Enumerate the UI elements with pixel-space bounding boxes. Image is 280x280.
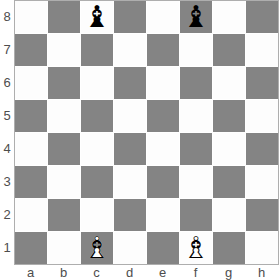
rank-label-2: 2: [0, 198, 14, 231]
square-d2[interactable]: [114, 199, 146, 231]
file-label-c: c: [80, 265, 113, 280]
files-spacer: [0, 265, 14, 279]
square-e4[interactable]: [147, 133, 179, 165]
square-h2[interactable]: [246, 199, 278, 231]
square-c4[interactable]: [81, 133, 113, 165]
square-c7[interactable]: [81, 34, 113, 66]
square-e2[interactable]: [147, 199, 179, 231]
square-d7[interactable]: [114, 34, 146, 66]
square-g5[interactable]: [213, 100, 245, 132]
square-c6[interactable]: [81, 67, 113, 99]
square-e7[interactable]: [147, 34, 179, 66]
square-d4[interactable]: [114, 133, 146, 165]
square-b1[interactable]: [48, 232, 80, 264]
square-h6[interactable]: [246, 67, 278, 99]
square-g3[interactable]: [213, 166, 245, 198]
square-b2[interactable]: [48, 199, 80, 231]
square-e6[interactable]: [147, 67, 179, 99]
square-f2[interactable]: [180, 199, 212, 231]
square-a6[interactable]: [15, 67, 47, 99]
square-g7[interactable]: [213, 34, 245, 66]
square-g8[interactable]: [213, 1, 245, 33]
square-d6[interactable]: [114, 67, 146, 99]
chess-board: ♝♝♝♗♝♗: [14, 0, 279, 265]
square-f1[interactable]: ♝♗: [180, 232, 212, 264]
white-bishop-outline: ♗: [81, 232, 113, 264]
rank-label-7: 7: [0, 33, 14, 66]
piece-white-bishop[interactable]: ♝♗: [81, 232, 113, 264]
square-c3[interactable]: [81, 166, 113, 198]
file-label-b: b: [47, 265, 80, 280]
square-b4[interactable]: [48, 133, 80, 165]
file-label-d: d: [113, 265, 146, 280]
square-e5[interactable]: [147, 100, 179, 132]
square-c2[interactable]: [81, 199, 113, 231]
square-d1[interactable]: [114, 232, 146, 264]
square-h8[interactable]: [246, 1, 278, 33]
square-e3[interactable]: [147, 166, 179, 198]
square-h4[interactable]: [246, 133, 278, 165]
white-bishop-outline: ♗: [180, 232, 212, 264]
square-g4[interactable]: [213, 133, 245, 165]
square-c5[interactable]: [81, 100, 113, 132]
square-a2[interactable]: [15, 199, 47, 231]
square-g2[interactable]: [213, 199, 245, 231]
file-label-h: h: [245, 265, 278, 280]
piece-black-bishop[interactable]: ♝: [81, 1, 113, 33]
square-g1[interactable]: [213, 232, 245, 264]
square-e1[interactable]: [147, 232, 179, 264]
rank-label-6: 6: [0, 66, 14, 99]
square-b8[interactable]: [48, 1, 80, 33]
square-g6[interactable]: [213, 67, 245, 99]
square-b6[interactable]: [48, 67, 80, 99]
rank-labels: 87654321: [0, 0, 14, 265]
square-f6[interactable]: [180, 67, 212, 99]
rank-label-4: 4: [0, 132, 14, 165]
file-label-a: a: [14, 265, 47, 280]
square-h1[interactable]: [246, 232, 278, 264]
rank-label-3: 3: [0, 165, 14, 198]
board-row: 87654321 ♝♝♝♗♝♗: [0, 0, 280, 265]
rank-label-1: 1: [0, 231, 14, 264]
file-label-f: f: [179, 265, 212, 280]
black-bishop-glyph: ♝: [180, 1, 212, 33]
square-d3[interactable]: [114, 166, 146, 198]
black-bishop-glyph: ♝: [81, 1, 113, 33]
square-f4[interactable]: [180, 133, 212, 165]
square-c1[interactable]: ♝♗: [81, 232, 113, 264]
piece-black-bishop[interactable]: ♝: [180, 1, 212, 33]
square-a5[interactable]: [15, 100, 47, 132]
file-labels: abcdefgh: [14, 265, 279, 279]
file-label-g: g: [212, 265, 245, 280]
square-d5[interactable]: [114, 100, 146, 132]
file-label-e: e: [146, 265, 179, 280]
square-h3[interactable]: [246, 166, 278, 198]
square-c8[interactable]: ♝: [81, 1, 113, 33]
square-f3[interactable]: [180, 166, 212, 198]
square-f5[interactable]: [180, 100, 212, 132]
square-e8[interactable]: [147, 1, 179, 33]
square-f7[interactable]: [180, 34, 212, 66]
square-b3[interactable]: [48, 166, 80, 198]
square-d8[interactable]: [114, 1, 146, 33]
square-f8[interactable]: ♝: [180, 1, 212, 33]
square-a7[interactable]: [15, 34, 47, 66]
square-h5[interactable]: [246, 100, 278, 132]
square-a3[interactable]: [15, 166, 47, 198]
piece-white-bishop[interactable]: ♝♗: [180, 232, 212, 264]
chess-diagram: 87654321 ♝♝♝♗♝♗ abcdefgh: [0, 0, 280, 280]
rank-label-8: 8: [0, 0, 14, 33]
square-a8[interactable]: [15, 1, 47, 33]
square-h7[interactable]: [246, 34, 278, 66]
square-b5[interactable]: [48, 100, 80, 132]
square-b7[interactable]: [48, 34, 80, 66]
square-a4[interactable]: [15, 133, 47, 165]
files-row: abcdefgh: [0, 265, 280, 279]
square-a1[interactable]: [15, 232, 47, 264]
rank-label-5: 5: [0, 99, 14, 132]
